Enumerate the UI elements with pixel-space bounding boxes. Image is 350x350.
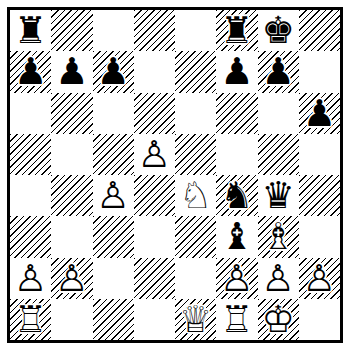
square-e7[interactable]	[175, 51, 216, 92]
piece-fill: ♟	[134, 134, 175, 175]
square-e8[interactable]	[175, 10, 216, 51]
square-f1[interactable]: ♜♖	[216, 299, 257, 340]
black-rook-piece: ♜	[216, 10, 257, 51]
white-rook-piece: ♖	[10, 299, 51, 340]
square-e4[interactable]: ♞♘	[175, 175, 216, 216]
white-pawn-piece: ♙	[299, 258, 340, 299]
square-f8[interactable]: ♜	[216, 10, 257, 51]
piece-fill: ♟	[258, 258, 299, 299]
white-bishop-piece: ♗	[258, 216, 299, 257]
white-pawn-piece: ♙	[216, 258, 257, 299]
square-h5[interactable]	[299, 134, 340, 175]
square-b4[interactable]	[51, 175, 92, 216]
square-h4[interactable]	[299, 175, 340, 216]
square-f2[interactable]: ♟♙	[216, 258, 257, 299]
square-a3[interactable]	[10, 216, 51, 257]
white-pawn-piece: ♙	[51, 258, 92, 299]
square-b5[interactable]	[51, 134, 92, 175]
white-pawn-piece: ♙	[258, 258, 299, 299]
piece-fill: ♞	[175, 175, 216, 216]
square-c1[interactable]	[93, 299, 134, 340]
black-bishop-piece: ♝	[216, 216, 257, 257]
square-d5[interactable]: ♟♙	[134, 134, 175, 175]
square-b8[interactable]	[51, 10, 92, 51]
black-knight-piece: ♞	[216, 175, 257, 216]
square-g6[interactable]	[258, 93, 299, 134]
square-d3[interactable]	[134, 216, 175, 257]
square-b6[interactable]	[51, 93, 92, 134]
square-c5[interactable]	[93, 134, 134, 175]
square-g3[interactable]: ♝♗	[258, 216, 299, 257]
square-e1[interactable]: ♛♕	[175, 299, 216, 340]
square-a7[interactable]: ♟	[10, 51, 51, 92]
square-a2[interactable]: ♟♙	[10, 258, 51, 299]
square-c6[interactable]	[93, 93, 134, 134]
black-pawn-piece: ♟	[258, 51, 299, 92]
square-f4[interactable]: ♞	[216, 175, 257, 216]
square-d1[interactable]	[134, 299, 175, 340]
white-rook-piece: ♖	[216, 299, 257, 340]
square-b2[interactable]: ♟♙	[51, 258, 92, 299]
square-g4[interactable]: ♛	[258, 175, 299, 216]
board-border: ♜♜♚♟♟♟♟♟♟♟♙♟♙♞♘♞♛♝♝♗♟♙♟♙♟♙♟♙♟♙♜♖♛♕♜♖♚♔	[7, 7, 343, 343]
black-king-piece: ♚	[258, 10, 299, 51]
square-f3[interactable]: ♝	[216, 216, 257, 257]
square-f6[interactable]	[216, 93, 257, 134]
square-h8[interactable]	[299, 10, 340, 51]
square-e5[interactable]	[175, 134, 216, 175]
square-d8[interactable]	[134, 10, 175, 51]
square-c3[interactable]	[93, 216, 134, 257]
chess-diagram: ♜♜♚♟♟♟♟♟♟♟♙♟♙♞♘♞♛♝♝♗♟♙♟♙♟♙♟♙♟♙♜♖♛♕♜♖♚♔	[0, 0, 350, 350]
black-queen-piece: ♛	[258, 175, 299, 216]
square-d6[interactable]	[134, 93, 175, 134]
square-e6[interactable]	[175, 93, 216, 134]
black-pawn-piece: ♟	[299, 93, 340, 134]
square-e3[interactable]	[175, 216, 216, 257]
square-c8[interactable]	[93, 10, 134, 51]
piece-fill: ♜	[216, 299, 257, 340]
chessboard: ♜♜♚♟♟♟♟♟♟♟♙♟♙♞♘♞♛♝♝♗♟♙♟♙♟♙♟♙♟♙♜♖♛♕♜♖♚♔	[10, 10, 340, 340]
square-a8[interactable]: ♜	[10, 10, 51, 51]
square-b7[interactable]: ♟	[51, 51, 92, 92]
square-h1[interactable]	[299, 299, 340, 340]
piece-fill: ♜	[10, 299, 51, 340]
square-h7[interactable]	[299, 51, 340, 92]
black-pawn-piece: ♟	[51, 51, 92, 92]
white-pawn-piece: ♙	[134, 134, 175, 175]
white-knight-piece: ♘	[175, 175, 216, 216]
square-c4[interactable]: ♟♙	[93, 175, 134, 216]
piece-fill: ♟	[51, 258, 92, 299]
white-pawn-piece: ♙	[10, 258, 51, 299]
square-g8[interactable]: ♚	[258, 10, 299, 51]
square-g2[interactable]: ♟♙	[258, 258, 299, 299]
square-a1[interactable]: ♜♖	[10, 299, 51, 340]
white-pawn-piece: ♙	[93, 175, 134, 216]
square-h2[interactable]: ♟♙	[299, 258, 340, 299]
square-b3[interactable]	[51, 216, 92, 257]
piece-fill: ♟	[299, 258, 340, 299]
square-a4[interactable]	[10, 175, 51, 216]
piece-fill: ♟	[10, 258, 51, 299]
black-pawn-piece: ♟	[10, 51, 51, 92]
black-pawn-piece: ♟	[93, 51, 134, 92]
square-d7[interactable]	[134, 51, 175, 92]
black-pawn-piece: ♟	[216, 51, 257, 92]
piece-fill: ♟	[93, 175, 134, 216]
piece-fill: ♚	[258, 299, 299, 340]
white-queen-piece: ♕	[175, 299, 216, 340]
square-h6[interactable]: ♟	[299, 93, 340, 134]
square-a6[interactable]	[10, 93, 51, 134]
square-g5[interactable]	[258, 134, 299, 175]
white-king-piece: ♔	[258, 299, 299, 340]
piece-fill: ♝	[258, 216, 299, 257]
square-d2[interactable]	[134, 258, 175, 299]
square-f7[interactable]: ♟	[216, 51, 257, 92]
square-h3[interactable]	[299, 216, 340, 257]
square-f5[interactable]	[216, 134, 257, 175]
square-g7[interactable]: ♟	[258, 51, 299, 92]
square-b1[interactable]	[51, 299, 92, 340]
square-e2[interactable]	[175, 258, 216, 299]
square-a5[interactable]	[10, 134, 51, 175]
piece-fill: ♟	[216, 258, 257, 299]
piece-fill: ♛	[175, 299, 216, 340]
square-c7[interactable]: ♟	[93, 51, 134, 92]
square-d4[interactable]	[134, 175, 175, 216]
black-rook-piece: ♜	[10, 10, 51, 51]
square-c2[interactable]	[93, 258, 134, 299]
square-g1[interactable]: ♚♔	[258, 299, 299, 340]
